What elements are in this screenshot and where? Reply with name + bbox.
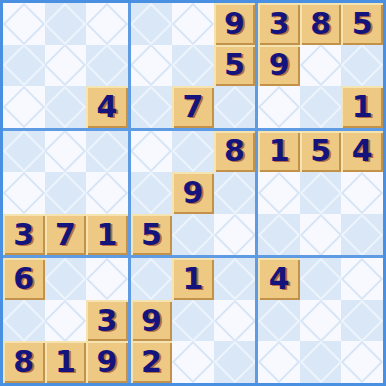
cell-r5c7[interactable] [258,172,300,214]
diamond-decoration [300,300,342,342]
cell-r3c7[interactable] [258,86,300,128]
diamond-decoration [258,214,300,256]
block-9: 4 [258,258,383,383]
diamond-decoration [214,341,256,383]
given-digit: 5 [141,220,162,250]
cell-r6c5[interactable] [172,214,214,256]
cell-r3c2[interactable] [45,86,87,128]
given-digit: 6 [13,264,34,294]
given-digit: 4 [96,92,117,122]
block-6: 154 [258,131,383,256]
cell-r5c8[interactable] [300,172,342,214]
diamond-decoration [214,172,256,214]
given-digit: 4 [269,264,290,294]
cell-r9c8[interactable] [300,341,342,383]
diamond-decoration [45,172,87,214]
cell-r5c3[interactable] [86,172,128,214]
given-digit: 3 [96,306,117,336]
cell-r1c5[interactable] [172,3,214,45]
diamond-decoration [214,214,256,256]
cell-r7c5: 1 [172,258,214,300]
cell-r7c2[interactable] [45,258,87,300]
given-digit: 8 [224,136,245,166]
cell-r9c7[interactable] [258,341,300,383]
diamond-decoration [131,131,173,173]
given-digit: 7 [183,92,204,122]
given-digit: 1 [183,264,204,294]
given-digit: 1 [352,92,373,122]
cell-r9c4: 2 [131,341,173,383]
cell-r8c5[interactable] [172,300,214,342]
cell-r5c6[interactable] [214,172,256,214]
diamond-decoration [341,258,383,300]
given-digit: 3 [13,220,34,250]
given-digit: 8 [13,347,34,377]
cell-r7c3[interactable] [86,258,128,300]
given-digit: 5 [310,136,331,166]
given-digit: 9 [224,9,245,39]
cell-r3c6[interactable] [214,86,256,128]
given-digit: 4 [352,136,373,166]
cell-r3c9: 1 [341,86,383,128]
diamond-decoration [341,45,383,87]
cell-r3c1[interactable] [3,86,45,128]
diamond-decoration [214,300,256,342]
cell-r6c2: 7 [45,214,87,256]
diamond-decoration [172,214,214,256]
diamond-decoration [214,86,256,128]
cell-r2c8[interactable] [300,45,342,87]
sudoku-board: 495738591371895154638191924 [0,0,386,386]
block-2: 957 [131,3,256,128]
diamond-decoration [172,3,214,45]
given-digit: 1 [269,136,290,166]
cell-r8c9[interactable] [341,300,383,342]
cell-r6c7[interactable] [258,214,300,256]
cell-r8c2[interactable] [45,300,87,342]
given-digit: 2 [141,347,162,377]
diamond-decoration [172,45,214,87]
given-digit: 1 [55,347,76,377]
diamond-decoration [300,341,342,383]
diamond-decoration [214,258,256,300]
given-digit: 8 [310,9,331,39]
cell-r8c3: 3 [86,300,128,342]
cell-r6c8[interactable] [300,214,342,256]
diamond-decoration [341,172,383,214]
cell-r3c8[interactable] [300,86,342,128]
diamond-decoration [131,86,173,128]
cell-r5c5: 9 [172,172,214,214]
block-5: 895 [131,131,256,256]
cell-r6c6[interactable] [214,214,256,256]
block-1: 4 [3,3,128,128]
cell-r5c9[interactable] [341,172,383,214]
diamond-decoration [300,86,342,128]
cell-r1c9: 5 [341,3,383,45]
cell-r1c8: 8 [300,3,342,45]
cell-r7c8[interactable] [300,258,342,300]
cell-r1c6: 9 [214,3,256,45]
diamond-decoration [341,214,383,256]
cell-r4c7: 1 [258,131,300,173]
cell-r8c6[interactable] [214,300,256,342]
cell-r7c7: 4 [258,258,300,300]
given-digit: 9 [96,347,117,377]
cell-r2c5[interactable] [172,45,214,87]
diamond-decoration [258,172,300,214]
diamond-decoration [45,300,87,342]
diamond-decoration [45,131,87,173]
cell-r8c8[interactable] [300,300,342,342]
diamond-decoration [258,341,300,383]
cell-r3c4[interactable] [131,86,173,128]
diamond-decoration [86,45,128,87]
cell-r6c4: 5 [131,214,173,256]
given-digit: 9 [269,50,290,80]
cell-r5c1[interactable] [3,172,45,214]
cell-r1c1[interactable] [3,3,45,45]
block-7: 63819 [3,258,128,383]
diamond-decoration [258,300,300,342]
cell-r8c1[interactable] [3,300,45,342]
diamond-decoration [131,172,173,214]
cell-r5c2[interactable] [45,172,87,214]
diamond-decoration [86,131,128,173]
cell-r2c4[interactable] [131,45,173,87]
diamond-decoration [3,300,45,342]
diamond-decoration [258,86,300,128]
given-digit: 1 [96,220,117,250]
diamond-decoration [45,86,87,128]
cell-r7c4[interactable] [131,258,173,300]
cell-r4c5[interactable] [172,131,214,173]
cell-r5c4[interactable] [131,172,173,214]
cell-r7c9[interactable] [341,258,383,300]
cell-r9c5[interactable] [172,341,214,383]
diamond-decoration [3,131,45,173]
given-digit: 3 [269,9,290,39]
diamond-decoration [45,258,87,300]
cell-r2c3[interactable] [86,45,128,87]
diamond-decoration [131,3,173,45]
diamond-decoration [3,86,45,128]
diamond-decoration [131,45,173,87]
cell-r9c6[interactable] [214,341,256,383]
block-3: 38591 [258,3,383,128]
diamond-decoration [86,3,128,45]
cell-r2c7: 9 [258,45,300,87]
cell-r1c4[interactable] [131,3,173,45]
diamond-decoration [300,258,342,300]
cell-r7c6[interactable] [214,258,256,300]
cell-r8c7[interactable] [258,300,300,342]
diamond-decoration [3,45,45,87]
cell-r4c9: 4 [341,131,383,173]
cell-r1c3[interactable] [86,3,128,45]
given-digit: 5 [352,9,373,39]
cell-r9c1: 8 [3,341,45,383]
cell-r6c3: 1 [86,214,128,256]
cell-r4c1[interactable] [3,131,45,173]
diamond-decoration [341,341,383,383]
cell-r4c6: 8 [214,131,256,173]
cell-r2c2[interactable] [45,45,87,87]
given-digit: 7 [55,220,76,250]
cell-r3c5: 7 [172,86,214,128]
diamond-decoration [3,3,45,45]
diamond-decoration [45,3,87,45]
cell-r1c2[interactable] [45,3,87,45]
cell-r9c2: 1 [45,341,87,383]
cell-r1c7: 3 [258,3,300,45]
cell-r9c3: 9 [86,341,128,383]
block-4: 371 [3,131,128,256]
cell-r2c1[interactable] [3,45,45,87]
cell-r7c1: 6 [3,258,45,300]
diamond-decoration [300,214,342,256]
given-digit: 5 [224,50,245,80]
diamond-decoration [131,258,173,300]
cell-r4c4[interactable] [131,131,173,173]
diamond-decoration [172,341,214,383]
diamond-decoration [172,300,214,342]
diamond-decoration [172,131,214,173]
cell-r2c9[interactable] [341,45,383,87]
given-digit: 9 [183,178,204,208]
diamond-decoration [86,258,128,300]
diamond-decoration [341,300,383,342]
cell-r4c3[interactable] [86,131,128,173]
cell-r6c1: 3 [3,214,45,256]
cell-r6c9[interactable] [341,214,383,256]
diamond-decoration [3,172,45,214]
cell-r8c4: 9 [131,300,173,342]
diamond-decoration [86,172,128,214]
cell-r3c3: 4 [86,86,128,128]
cell-r2c6: 5 [214,45,256,87]
diamond-decoration [45,45,87,87]
cell-r9c9[interactable] [341,341,383,383]
diamond-decoration [300,172,342,214]
block-8: 192 [131,258,256,383]
given-digit: 9 [141,306,162,336]
cell-r4c8: 5 [300,131,342,173]
cell-r4c2[interactable] [45,131,87,173]
diamond-decoration [300,45,342,87]
